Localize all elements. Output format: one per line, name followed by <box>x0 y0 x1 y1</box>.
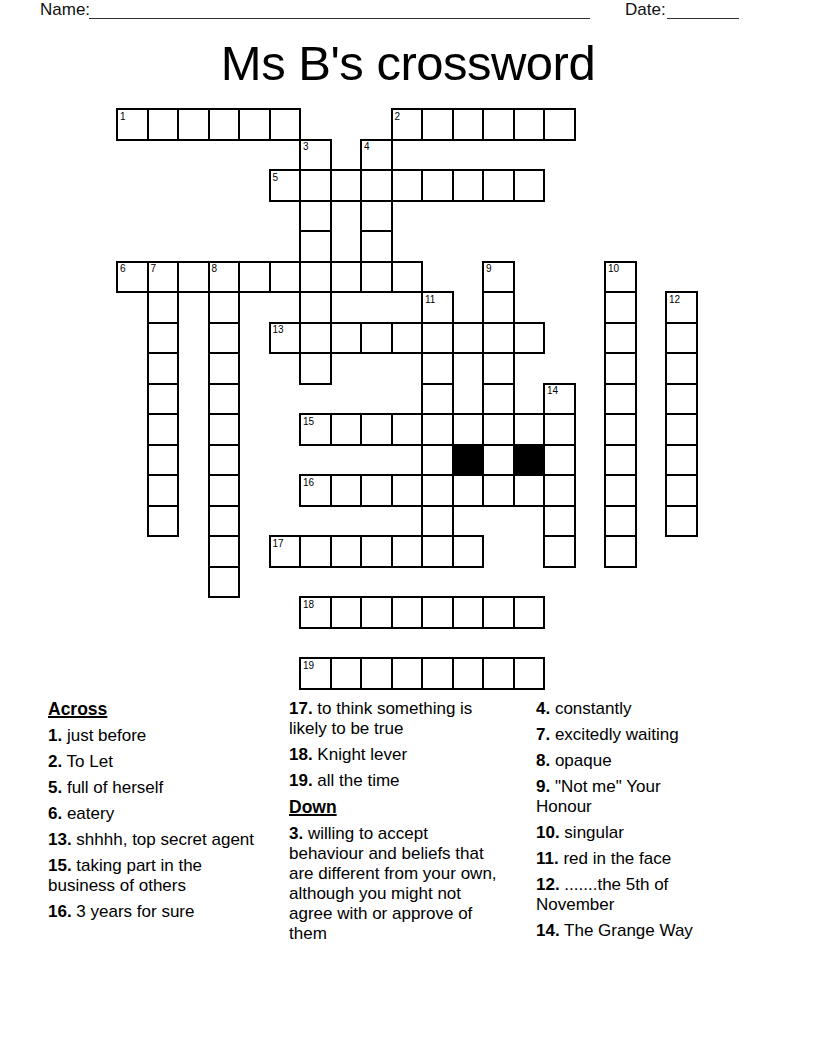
grid-cell[interactable] <box>513 596 546 629</box>
date-fill-line[interactable] <box>667 2 739 19</box>
cell-number: 11 <box>425 294 435 305</box>
cell-number: 16 <box>303 477 314 488</box>
grid-cell[interactable] <box>208 566 241 599</box>
cell-number: 13 <box>273 324 284 335</box>
grid-cell[interactable] <box>208 535 241 568</box>
grid-cell[interactable] <box>330 657 363 690</box>
grid-cell[interactable]: 2 <box>391 108 424 141</box>
cell-number: 14 <box>547 385 558 396</box>
grid-cell[interactable] <box>391 474 424 507</box>
grid-cell[interactable] <box>360 535 393 568</box>
grid-cell[interactable] <box>482 322 515 355</box>
grid-cell[interactable] <box>482 383 515 416</box>
grid-cell[interactable] <box>452 108 485 141</box>
grid-cell[interactable] <box>299 291 332 324</box>
clue-11: 11. red in the face <box>536 849 716 869</box>
cell-number: 12 <box>669 294 680 305</box>
cell-number: 6 <box>120 263 126 274</box>
grid-cell[interactable] <box>299 230 332 263</box>
worksheet-page: Name: Date: Ms B's crossword 12345678910… <box>0 0 816 1056</box>
clue-18: 18. Knight lever <box>289 745 503 765</box>
grid-cell[interactable] <box>543 505 576 538</box>
grid-cell[interactable] <box>147 108 180 141</box>
cell-number: 4 <box>364 141 370 152</box>
grid-cell[interactable] <box>360 322 393 355</box>
grid-cell[interactable] <box>299 200 332 233</box>
grid-cell[interactable] <box>604 474 637 507</box>
grid-cell[interactable]: 13 <box>269 322 302 355</box>
grid-cell[interactable] <box>482 474 515 507</box>
grid-cell[interactable] <box>147 383 180 416</box>
grid-cell[interactable] <box>330 261 363 294</box>
puzzle-title: Ms B's crossword <box>0 37 816 89</box>
cell-number: 8 <box>212 263 218 274</box>
clue-number-label: 2. <box>48 752 62 771</box>
grid-cell[interactable] <box>208 322 241 355</box>
grid-cell[interactable] <box>330 322 363 355</box>
grid-cell[interactable] <box>421 352 454 385</box>
grid-cell[interactable] <box>513 108 546 141</box>
grid-cell[interactable] <box>208 505 241 538</box>
clue-4: 4. constantly <box>536 699 716 719</box>
grid-cell[interactable]: 8 <box>208 261 241 294</box>
cell-number: 1 <box>120 111 126 122</box>
grid-cell[interactable] <box>360 474 393 507</box>
cell-number: 7 <box>151 263 157 274</box>
grid-cell[interactable] <box>391 535 424 568</box>
grid-cell[interactable] <box>147 505 180 538</box>
clue-column-1: Across1. just before2. To Let5. full of … <box>48 699 266 928</box>
grid-cell[interactable] <box>452 535 485 568</box>
grid-cell[interactable] <box>543 474 576 507</box>
clue-12: 12. .......the 5th of November <box>536 875 716 915</box>
clue-5: 5. full of herself <box>48 778 266 798</box>
grid-cell[interactable] <box>421 596 454 629</box>
grid-cell[interactable] <box>421 383 454 416</box>
grid-cell[interactable] <box>360 230 393 263</box>
grid-cell[interactable] <box>665 413 698 446</box>
clue-17: 17. to think something is likely to be t… <box>289 699 503 739</box>
grid-cell[interactable] <box>208 352 241 385</box>
grid-cell[interactable] <box>391 261 424 294</box>
grid-cell[interactable] <box>452 657 485 690</box>
grid-cell[interactable] <box>604 505 637 538</box>
cell-number: 3 <box>303 141 309 152</box>
grid-cell[interactable] <box>604 413 637 446</box>
grid-cell[interactable] <box>482 444 515 477</box>
grid-cell[interactable] <box>208 291 241 324</box>
grid-cell[interactable] <box>238 261 271 294</box>
grid-cell[interactable] <box>482 413 515 446</box>
clue-number-label: 7. <box>536 725 550 744</box>
clue-number-label: 4. <box>536 699 550 718</box>
grid-cell[interactable]: 12 <box>665 291 698 324</box>
grid-cell[interactable] <box>604 291 637 324</box>
grid-cell[interactable] <box>513 474 546 507</box>
grid-cell[interactable] <box>360 169 393 202</box>
blocked-cell <box>513 444 546 477</box>
grid-cell[interactable] <box>391 596 424 629</box>
grid-cell[interactable] <box>421 535 454 568</box>
grid-cell[interactable] <box>360 413 393 446</box>
grid-cell[interactable] <box>452 322 485 355</box>
grid-cell[interactable] <box>147 474 180 507</box>
grid-cell[interactable] <box>604 535 637 568</box>
grid-cell[interactable] <box>330 413 363 446</box>
grid-cell[interactable] <box>482 169 515 202</box>
name-fill-line[interactable] <box>89 2 590 19</box>
clue-number-label: 6. <box>48 804 62 823</box>
grid-cell[interactable] <box>147 291 180 324</box>
clue-9: 9. "Not me" Your Honour <box>536 777 716 817</box>
grid-cell[interactable] <box>391 657 424 690</box>
grid-cell[interactable] <box>421 108 454 141</box>
clue-number-label: 15. <box>48 856 72 875</box>
grid-cell[interactable] <box>482 657 515 690</box>
clue-number-label: 17. <box>289 699 313 718</box>
grid-cell[interactable] <box>665 444 698 477</box>
grid-cell[interactable] <box>604 383 637 416</box>
grid-cell[interactable]: 15 <box>299 413 332 446</box>
grid-cell[interactable] <box>299 322 332 355</box>
grid-cell[interactable]: 3 <box>299 139 332 172</box>
grid-cell[interactable] <box>147 413 180 446</box>
date-label: Date: <box>625 0 666 20</box>
blocked-cell <box>452 444 485 477</box>
grid-cell[interactable] <box>299 352 332 385</box>
across-header: Across <box>48 699 266 719</box>
grid-cell[interactable] <box>543 535 576 568</box>
grid-cell[interactable] <box>665 474 698 507</box>
clue-3: 3. willing to accept behaviour and belie… <box>289 824 503 944</box>
grid-cell[interactable] <box>269 261 302 294</box>
clue-15: 15. taking part in the business of other… <box>48 856 266 896</box>
cell-number: 5 <box>273 172 279 183</box>
grid-cell[interactable] <box>208 108 241 141</box>
grid-cell[interactable] <box>421 169 454 202</box>
grid-cell[interactable] <box>238 108 271 141</box>
grid-cell[interactable] <box>452 596 485 629</box>
grid-cell[interactable] <box>299 169 332 202</box>
grid-cell[interactable] <box>604 352 637 385</box>
grid-cell[interactable] <box>665 322 698 355</box>
grid-cell[interactable]: 9 <box>482 261 515 294</box>
grid-cell[interactable] <box>452 413 485 446</box>
grid-cell[interactable] <box>360 657 393 690</box>
down-header: Down <box>289 797 503 817</box>
grid-cell[interactable] <box>269 108 302 141</box>
clue-6: 6. eatery <box>48 804 266 824</box>
grid-cell[interactable] <box>604 322 637 355</box>
grid-cell[interactable] <box>177 261 210 294</box>
grid-cell[interactable] <box>147 352 180 385</box>
grid-cell[interactable] <box>421 657 454 690</box>
grid-cell[interactable] <box>421 413 454 446</box>
grid-cell[interactable] <box>330 474 363 507</box>
cell-number: 10 <box>608 263 619 274</box>
grid-cell[interactable]: 1 <box>116 108 149 141</box>
grid-cell[interactable] <box>391 169 424 202</box>
grid-cell[interactable] <box>513 169 546 202</box>
grid-cell[interactable] <box>330 596 363 629</box>
grid-cell[interactable] <box>360 596 393 629</box>
clue-10: 10. singular <box>536 823 716 843</box>
grid-cell[interactable]: 11 <box>421 291 454 324</box>
cell-number: 18 <box>303 599 314 610</box>
grid-cell[interactable] <box>391 322 424 355</box>
grid-cell[interactable] <box>147 322 180 355</box>
grid-cell[interactable]: 7 <box>147 261 180 294</box>
grid-cell[interactable] <box>452 474 485 507</box>
crossword-grid: 12345678910111213141516171819 <box>117 109 699 691</box>
grid-cell[interactable] <box>513 413 546 446</box>
clue-8: 8. opaque <box>536 751 716 771</box>
clue-number-label: 14. <box>536 921 560 940</box>
cell-number: 2 <box>395 111 401 122</box>
clue-19: 19. all the time <box>289 771 503 791</box>
clue-column-3: 4. constantly7. excitedly waiting8. opaq… <box>536 699 716 947</box>
cell-number: 15 <box>303 416 314 427</box>
grid-cell[interactable] <box>208 383 241 416</box>
grid-cell[interactable] <box>299 535 332 568</box>
grid-cell[interactable] <box>299 261 332 294</box>
grid-cell[interactable]: 16 <box>299 474 332 507</box>
grid-cell[interactable] <box>665 505 698 538</box>
grid-cell[interactable] <box>330 535 363 568</box>
grid-cell[interactable] <box>482 352 515 385</box>
clue-number-label: 1. <box>48 726 62 745</box>
grid-cell[interactable]: 4 <box>360 139 393 172</box>
grid-cell[interactable] <box>543 413 576 446</box>
clue-number-label: 10. <box>536 823 560 842</box>
grid-cell[interactable] <box>147 444 180 477</box>
clue-16: 16. 3 years for sure <box>48 902 266 922</box>
grid-cell[interactable] <box>208 413 241 446</box>
grid-cell[interactable] <box>360 200 393 233</box>
clue-13: 13. shhhh, top secret agent <box>48 830 266 850</box>
grid-cell[interactable] <box>482 291 515 324</box>
grid-cell[interactable] <box>421 444 454 477</box>
clue-2: 2. To Let <box>48 752 266 772</box>
grid-cell[interactable]: 17 <box>269 535 302 568</box>
grid-cell[interactable] <box>482 596 515 629</box>
grid-cell[interactable] <box>208 474 241 507</box>
clue-14: 14. The Grange Way <box>536 921 716 941</box>
grid-cell[interactable] <box>208 444 241 477</box>
grid-cell[interactable] <box>513 657 546 690</box>
grid-cell[interactable] <box>513 322 546 355</box>
cell-number: 17 <box>273 538 284 549</box>
cell-number: 9 <box>486 263 492 274</box>
clue-1: 1. just before <box>48 726 266 746</box>
clue-number-label: 12. <box>536 875 560 894</box>
clue-number-label: 11. <box>536 849 559 868</box>
clue-7: 7. excitedly waiting <box>536 725 716 745</box>
grid-cell[interactable] <box>665 383 698 416</box>
grid-cell[interactable] <box>330 169 363 202</box>
grid-cell[interactable] <box>543 444 576 477</box>
clue-number-label: 3. <box>289 824 303 843</box>
grid-cell[interactable] <box>421 505 454 538</box>
grid-cell[interactable] <box>421 322 454 355</box>
cell-number: 19 <box>303 660 314 671</box>
clue-number-label: 13. <box>48 830 72 849</box>
clue-column-2: 17. to think something is likely to be t… <box>289 699 503 950</box>
clue-number-label: 18. <box>289 745 313 764</box>
clue-number-label: 19. <box>289 771 313 790</box>
grid-cell[interactable]: 10 <box>604 261 637 294</box>
grid-cell[interactable] <box>482 108 515 141</box>
grid-cell[interactable]: 18 <box>299 596 332 629</box>
clue-number-label: 5. <box>48 778 62 797</box>
grid-cell[interactable] <box>543 108 576 141</box>
grid-cell[interactable]: 19 <box>299 657 332 690</box>
grid-cell[interactable] <box>391 413 424 446</box>
grid-cell[interactable] <box>665 352 698 385</box>
grid-cell[interactable] <box>421 474 454 507</box>
grid-cell[interactable] <box>177 108 210 141</box>
grid-cell[interactable] <box>452 169 485 202</box>
clue-number-label: 8. <box>536 751 550 770</box>
grid-cell[interactable] <box>604 444 637 477</box>
grid-cell[interactable]: 5 <box>269 169 302 202</box>
grid-cell[interactable] <box>360 261 393 294</box>
name-label: Name: <box>40 0 90 20</box>
clue-number-label: 16. <box>48 902 72 921</box>
clue-number-label: 9. <box>536 777 550 796</box>
grid-cell[interactable]: 14 <box>543 383 576 416</box>
grid-cell[interactable]: 6 <box>116 261 149 294</box>
